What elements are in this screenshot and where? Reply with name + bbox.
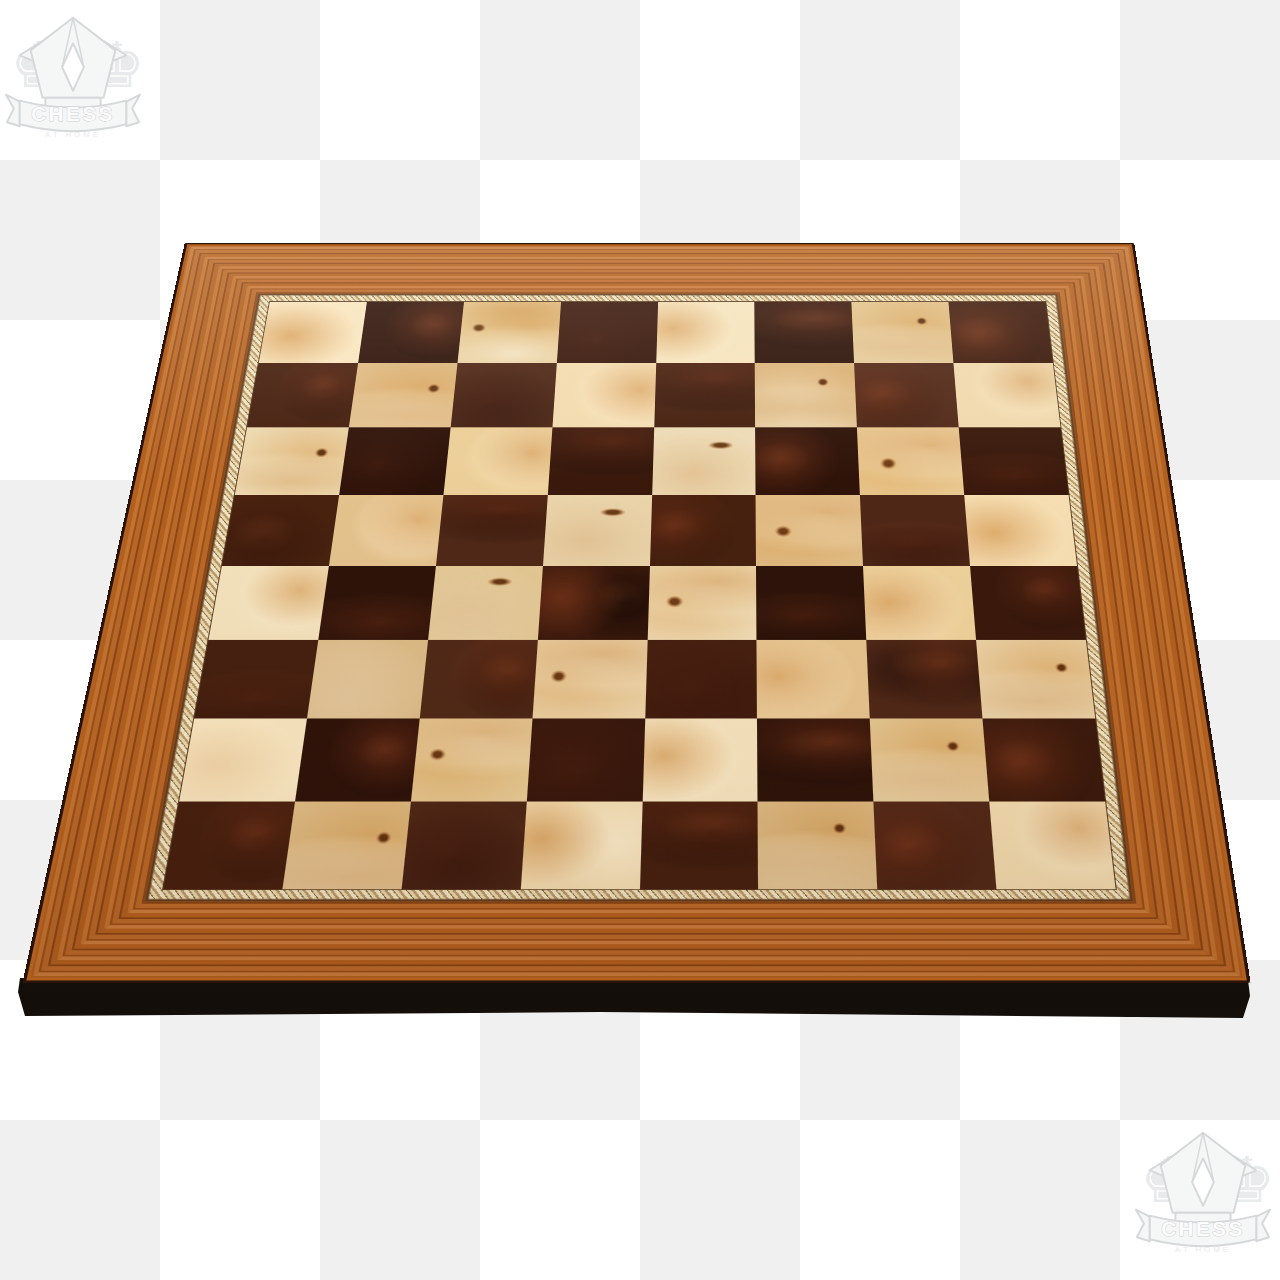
square-b1 <box>282 801 410 889</box>
page-background: ♚ ♚ CHESS AT HOME ♚ ♚ <box>0 0 1280 1280</box>
square-b7 <box>348 363 457 427</box>
square-g4 <box>863 565 976 640</box>
square-a8 <box>258 301 366 362</box>
watermark-brand-text: CHESS <box>1161 1217 1245 1240</box>
square-d8 <box>556 301 657 362</box>
chess-board <box>22 242 1250 982</box>
square-b3 <box>306 640 427 719</box>
square-f6 <box>755 427 860 494</box>
square-e5 <box>649 494 756 565</box>
square-c3 <box>419 640 537 719</box>
square-a7 <box>247 363 358 427</box>
watermark-brand-text: CHESS <box>31 102 115 125</box>
square-e1 <box>639 801 758 889</box>
square-d1 <box>520 801 642 889</box>
square-e3 <box>644 640 757 719</box>
square-h5 <box>964 494 1077 565</box>
square-h6 <box>958 427 1068 494</box>
square-d2 <box>526 718 644 801</box>
square-f3 <box>756 640 869 719</box>
square-g1 <box>873 801 996 889</box>
square-d5 <box>542 494 651 565</box>
square-g5 <box>860 494 970 565</box>
square-c1 <box>401 801 526 889</box>
square-g6 <box>857 427 964 494</box>
square-h4 <box>970 565 1086 640</box>
square-f4 <box>756 565 866 640</box>
square-d4 <box>537 565 649 640</box>
playing-area <box>163 301 1115 889</box>
square-f8 <box>754 301 854 362</box>
square-a5 <box>222 494 339 565</box>
square-c5 <box>435 494 547 565</box>
square-g2 <box>870 718 989 801</box>
square-g8 <box>851 301 953 362</box>
square-h3 <box>976 640 1095 719</box>
square-c2 <box>410 718 531 801</box>
square-a3 <box>194 640 318 719</box>
square-h2 <box>982 718 1105 801</box>
square-a4 <box>208 565 328 640</box>
square-d3 <box>532 640 647 719</box>
square-h1 <box>989 801 1115 889</box>
square-f2 <box>757 718 873 801</box>
square-e8 <box>655 301 754 362</box>
watermark-subtext: AT HOME <box>45 130 101 139</box>
square-a1 <box>163 801 295 889</box>
square-f5 <box>755 494 862 565</box>
square-c7 <box>450 363 556 427</box>
square-h7 <box>953 363 1060 427</box>
square-e7 <box>653 363 755 427</box>
square-a6 <box>234 427 348 494</box>
watermark-subtext: AT HOME <box>1175 1245 1231 1254</box>
square-f7 <box>755 363 857 427</box>
board-3d-stage <box>24 195 1275 935</box>
square-c8 <box>457 301 560 362</box>
square-e6 <box>651 427 755 494</box>
square-g7 <box>854 363 959 427</box>
brand-watermark-top-left: ♚ ♚ CHESS AT HOME <box>4 5 142 145</box>
square-a2 <box>179 718 307 801</box>
board-frame <box>22 242 1250 982</box>
square-e4 <box>647 565 757 640</box>
square-b2 <box>294 718 419 801</box>
brand-watermark-bottom-right: ♚ ♚ CHESS AT HOME <box>1134 1120 1272 1260</box>
square-d6 <box>547 427 653 494</box>
square-c4 <box>427 565 542 640</box>
square-d7 <box>552 363 656 427</box>
square-b8 <box>358 301 464 362</box>
square-g3 <box>866 640 982 719</box>
square-b5 <box>328 494 442 565</box>
square-h8 <box>948 301 1052 362</box>
square-b4 <box>318 565 436 640</box>
square-c6 <box>443 427 552 494</box>
square-e2 <box>642 718 758 801</box>
square-f1 <box>757 801 877 889</box>
square-b6 <box>339 427 450 494</box>
